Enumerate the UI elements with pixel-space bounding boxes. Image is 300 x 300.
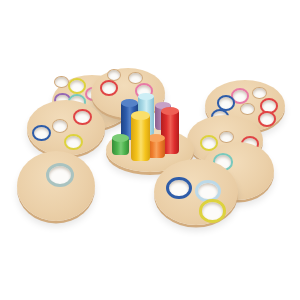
hole-blue-ring (32, 125, 51, 141)
hole-blue-ring (166, 177, 192, 199)
hole-red-ring (73, 109, 92, 125)
peg-top-yellow (131, 111, 150, 120)
peg-top-dark-blue (121, 99, 138, 107)
hole-red-ring (100, 80, 118, 95)
peg-top-red (161, 107, 179, 115)
peg-top-green (112, 134, 129, 142)
hole-grayteal-ring (46, 163, 74, 187)
hole-plain-ring (107, 69, 121, 81)
hole-plain-ring (52, 119, 68, 132)
hole-yellow-ring (64, 134, 83, 150)
peg-top-orange (147, 134, 165, 142)
peg-orange (147, 138, 165, 158)
hole-plain-ring (240, 103, 255, 116)
hole-yellow-ring (199, 199, 226, 222)
peg-yellow (131, 115, 150, 161)
hole-red-ring (258, 111, 276, 126)
hole-yellow-ring (68, 78, 86, 93)
hole-plain-ring (252, 87, 267, 100)
product-photo-wooden-peg-game (0, 0, 300, 300)
peg-top-light-blue (138, 93, 154, 100)
hole-plain-ring (54, 76, 69, 89)
peg-green (112, 138, 129, 155)
